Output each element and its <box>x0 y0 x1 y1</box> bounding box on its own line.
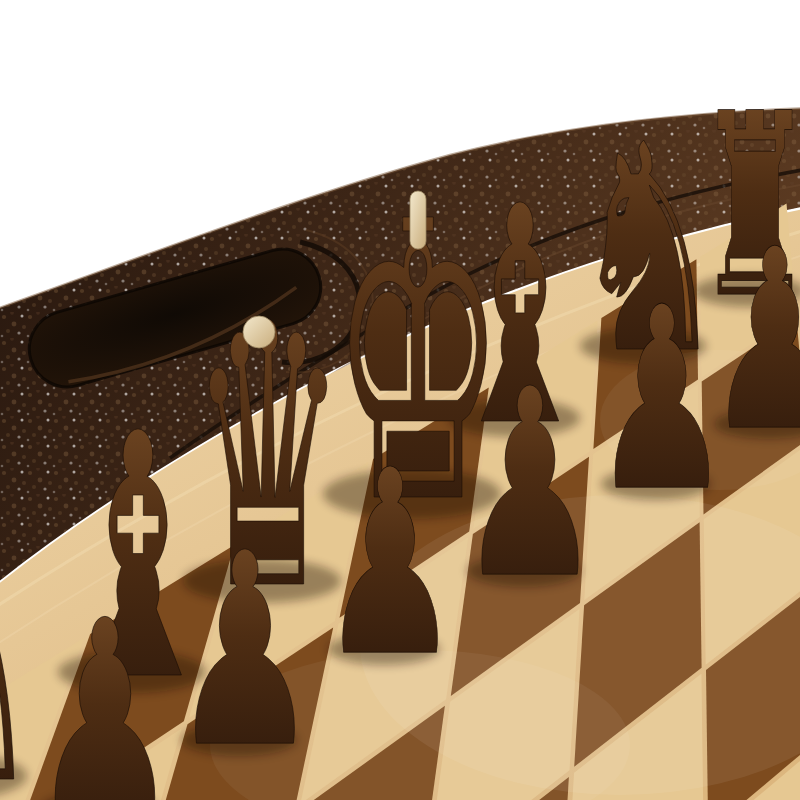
piece-pawn-f2[interactable]: ♟ <box>458 334 602 636</box>
queen-cream-finial <box>243 316 275 348</box>
piece-pawn-d2[interactable]: ♟ <box>171 497 319 800</box>
piece-pawn-g2[interactable]: ♟ <box>592 253 732 546</box>
king-cream-finial <box>410 191 426 249</box>
product-photo-canvas: ♜♞♝♟♟♚♟♛♟♝♟♞♟ <box>0 0 800 800</box>
board-photo-svg: ♜♞♝♟♟♚♟♛♟♝♟♞♟ <box>0 0 800 800</box>
piece-pawn-c2[interactable]: ♟ <box>31 563 180 800</box>
piece-pawn-e2[interactable]: ♟ <box>319 415 461 712</box>
